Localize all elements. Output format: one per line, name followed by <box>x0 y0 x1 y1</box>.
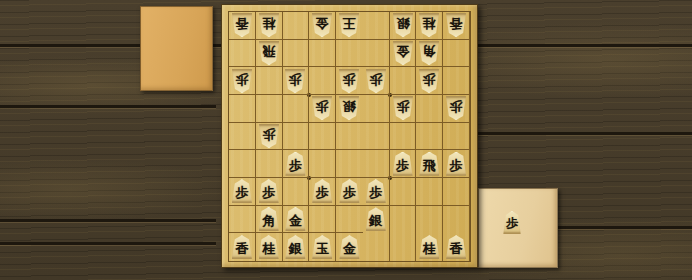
cell-4f[interactable] <box>363 150 390 178</box>
cell-3g[interactable] <box>390 178 417 206</box>
piece-sente-5i[interactable]: 金 <box>339 235 360 259</box>
piece-gote-5d[interactable]: 銀 <box>339 96 360 120</box>
cell-8a[interactable]: 桂 <box>256 12 283 40</box>
cell-7e[interactable] <box>283 123 310 151</box>
piece-sente-6i[interactable]: 玉 <box>312 235 333 259</box>
piece-sente-4g[interactable]: 歩 <box>365 179 386 203</box>
cell-5e[interactable] <box>336 123 363 151</box>
piece-gote-1d[interactable]: 歩 <box>446 96 467 120</box>
piece-sente-2i[interactable]: 桂 <box>419 235 440 259</box>
cell-4g[interactable]: 歩 <box>363 178 390 206</box>
piece-gote-8b[interactable]: 飛 <box>258 41 279 65</box>
piece-sente-7h[interactable]: 金 <box>285 207 306 231</box>
piece-sente-3f[interactable]: 歩 <box>392 152 413 176</box>
cell-9e[interactable] <box>229 123 256 151</box>
cell-1a[interactable]: 香 <box>443 12 470 40</box>
piece-sente-1i[interactable]: 香 <box>446 235 467 259</box>
cell-1g[interactable] <box>443 178 470 206</box>
piece-sente-1f[interactable]: 歩 <box>446 152 467 176</box>
cell-5b[interactable] <box>336 40 363 68</box>
cell-3h[interactable] <box>390 206 417 234</box>
cell-8i[interactable]: 桂 <box>256 233 283 261</box>
piece-sente-8i[interactable]: 桂 <box>258 235 279 259</box>
plank-seam <box>0 105 216 108</box>
sente-hand-pawn[interactable]: 歩 <box>503 211 521 234</box>
cell-4a[interactable] <box>363 12 390 40</box>
piece-gote-7c[interactable]: 歩 <box>285 69 306 93</box>
piece-gote-2b[interactable]: 角 <box>419 41 440 65</box>
cell-4b[interactable] <box>363 40 390 68</box>
cell-8f[interactable] <box>256 150 283 178</box>
cell-5a[interactable]: 王 <box>336 12 363 40</box>
cell-8h[interactable]: 角 <box>256 206 283 234</box>
cell-3a[interactable]: 銀 <box>390 12 417 40</box>
piece-sente-8g[interactable]: 歩 <box>258 179 279 203</box>
cell-6a[interactable]: 金 <box>309 12 336 40</box>
cell-5f[interactable] <box>336 150 363 178</box>
cell-6c[interactable] <box>309 67 336 95</box>
cell-5c[interactable]: 歩 <box>336 67 363 95</box>
piece-sente-8h[interactable]: 角 <box>258 207 279 231</box>
cell-1b[interactable] <box>443 40 470 68</box>
cell-9i[interactable]: 香 <box>229 233 256 261</box>
piece-gote-6a[interactable]: 金 <box>312 13 333 37</box>
piece-gote-9a[interactable]: 香 <box>231 13 252 37</box>
cell-2e[interactable] <box>416 123 443 151</box>
piece-sente-6g[interactable]: 歩 <box>312 179 333 203</box>
cell-6g[interactable]: 歩 <box>309 178 336 206</box>
piece-gote-3d[interactable]: 歩 <box>392 96 413 120</box>
piece-gote-1a[interactable]: 香 <box>446 13 467 37</box>
cell-7g[interactable] <box>283 178 310 206</box>
cell-4e[interactable] <box>363 123 390 151</box>
cell-3b[interactable]: 金 <box>390 40 417 68</box>
cell-2f[interactable]: 飛 <box>416 150 443 178</box>
piece-gote-5c[interactable]: 歩 <box>339 69 360 93</box>
piece-gote-8e[interactable]: 歩 <box>258 124 279 148</box>
cell-8g[interactable]: 歩 <box>256 178 283 206</box>
shogi-board: 香桂金王銀桂香飛金角歩歩歩歩歩歩銀歩歩歩歩歩飛歩歩歩歩歩歩角金銀香桂銀玉金桂香 <box>221 4 478 268</box>
piece-gote-8a[interactable]: 桂 <box>258 13 279 37</box>
cell-1e[interactable] <box>443 123 470 151</box>
cell-8e[interactable]: 歩 <box>256 123 283 151</box>
cell-8d[interactable] <box>256 95 283 123</box>
cell-1f[interactable]: 歩 <box>443 150 470 178</box>
piece-gote-2a[interactable]: 桂 <box>419 13 440 37</box>
cell-3i[interactable] <box>390 233 417 261</box>
cell-7h[interactable]: 金 <box>283 206 310 234</box>
cell-8b[interactable]: 飛 <box>256 40 283 68</box>
cell-3f[interactable]: 歩 <box>390 150 417 178</box>
cell-3d[interactable]: 歩 <box>390 95 417 123</box>
cell-3e[interactable] <box>390 123 417 151</box>
cell-9f[interactable] <box>229 150 256 178</box>
board-grid: 香桂金王銀桂香飛金角歩歩歩歩歩歩銀歩歩歩歩歩飛歩歩歩歩歩歩角金銀香桂銀玉金桂香 <box>228 11 471 262</box>
cell-1h[interactable] <box>443 206 470 234</box>
plank-seam <box>456 132 692 135</box>
cell-5i[interactable]: 金 <box>336 233 363 261</box>
piece-gote-4c[interactable]: 歩 <box>365 69 386 93</box>
cell-4h[interactable]: 銀 <box>363 206 390 234</box>
cell-7f[interactable]: 歩 <box>283 150 310 178</box>
cell-2b[interactable]: 角 <box>416 40 443 68</box>
cell-2i[interactable]: 桂 <box>416 233 443 261</box>
piece-sente-9i[interactable]: 香 <box>231 235 252 259</box>
cell-6i[interactable]: 玉 <box>309 233 336 261</box>
cell-6e[interactable] <box>309 123 336 151</box>
cell-4c[interactable]: 歩 <box>363 67 390 95</box>
cell-2d[interactable] <box>416 95 443 123</box>
piece-gote-2c[interactable]: 歩 <box>419 69 440 93</box>
cell-5h[interactable] <box>336 206 363 234</box>
cell-6d[interactable]: 歩 <box>309 95 336 123</box>
cell-7i[interactable]: 銀 <box>283 233 310 261</box>
cell-1c[interactable] <box>443 67 470 95</box>
table-background: 歩 香桂金王銀桂香飛金角歩歩歩歩歩歩銀歩歩歩歩歩飛歩歩歩歩歩歩角金銀香桂銀玉金桂… <box>0 0 692 280</box>
cell-8c[interactable] <box>256 67 283 95</box>
piece-sente-9g[interactable]: 歩 <box>231 179 252 203</box>
cell-1d[interactable]: 歩 <box>443 95 470 123</box>
piece-gote-5a[interactable]: 王 <box>339 13 360 37</box>
cell-5g[interactable]: 歩 <box>336 178 363 206</box>
piece-gote-6d[interactable]: 歩 <box>312 96 333 120</box>
piece-gote-3a[interactable]: 銀 <box>392 13 413 37</box>
cell-9g[interactable]: 歩 <box>229 178 256 206</box>
piece-sente-5g[interactable]: 歩 <box>339 179 360 203</box>
cell-7a[interactable] <box>283 12 310 40</box>
plank-seam <box>0 219 216 222</box>
piece-gote-9c[interactable]: 歩 <box>231 69 252 93</box>
cell-1i[interactable]: 香 <box>443 233 470 261</box>
cell-5d[interactable]: 銀 <box>336 95 363 123</box>
cell-6f[interactable] <box>309 150 336 178</box>
piece-sente-7f[interactable]: 歩 <box>285 152 306 176</box>
cell-7b[interactable] <box>283 40 310 68</box>
cell-6h[interactable] <box>309 206 336 234</box>
cell-7d[interactable] <box>283 95 310 123</box>
cell-2h[interactable] <box>416 206 443 234</box>
cell-2a[interactable]: 桂 <box>416 12 443 40</box>
cell-3c[interactable] <box>390 67 417 95</box>
cell-6b[interactable] <box>309 40 336 68</box>
cell-4d[interactable] <box>363 95 390 123</box>
piece-sente-4h[interactable]: 銀 <box>365 207 386 231</box>
cell-4i[interactable] <box>363 233 390 261</box>
cell-9a[interactable]: 香 <box>229 12 256 40</box>
cell-9c[interactable]: 歩 <box>229 67 256 95</box>
cell-2c[interactable]: 歩 <box>416 67 443 95</box>
piece-sente-7i[interactable]: 銀 <box>285 235 306 259</box>
plank-seam <box>0 242 216 245</box>
gote-piece-stand[interactable] <box>140 6 213 91</box>
cell-2g[interactable] <box>416 178 443 206</box>
piece-gote-3b[interactable]: 金 <box>392 41 413 65</box>
cell-9b[interactable] <box>229 40 256 68</box>
cell-9d[interactable] <box>229 95 256 123</box>
cell-7c[interactable]: 歩 <box>283 67 310 95</box>
piece-sente-2f[interactable]: 飛 <box>419 152 440 176</box>
sente-piece-stand[interactable]: 歩 <box>478 188 558 268</box>
cell-9h[interactable] <box>229 206 256 234</box>
